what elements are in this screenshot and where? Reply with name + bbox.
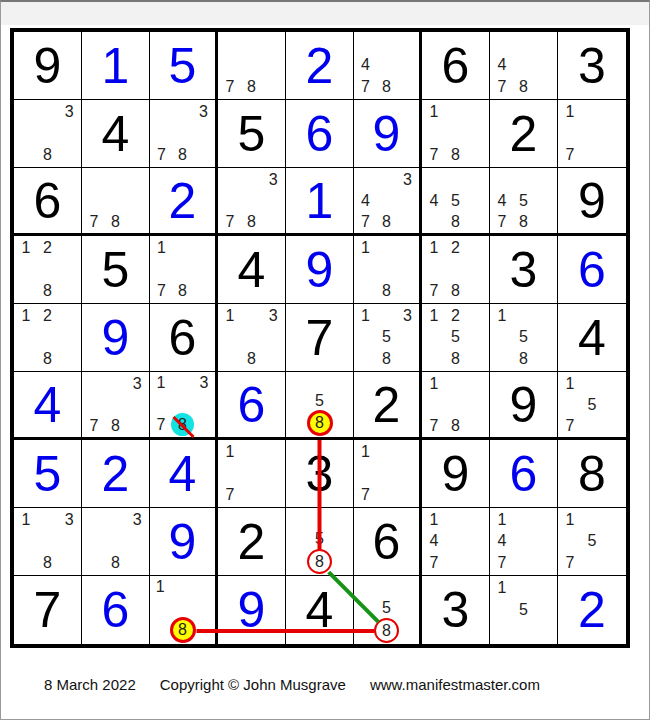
candidate-grid: 1278 [423,237,488,302]
given-digit: 6 [354,508,419,575]
cell-r9c2[interactable]: 6 [82,576,150,644]
candidate-8: 8 [172,280,193,302]
solved-digit: 2 [558,576,626,644]
cell-r9c9[interactable]: 2 [558,576,626,644]
cell-r2c8[interactable]: 2 [490,100,558,168]
candidate-3: 3 [262,305,284,327]
candidate-3: 3 [58,509,80,531]
cell-r8c3[interactable]: 9 [150,508,218,576]
given-digit: 4 [82,100,149,167]
candidate-5: 5 [307,392,333,411]
candidate-1: 1 [491,305,513,327]
candidate-1: 1 [423,305,445,327]
candidate-7: 7 [423,144,445,166]
candidate-1: 1 [151,237,172,259]
solved-digit: 4 [14,372,81,437]
solved-digit: 1 [82,32,149,99]
candidate-7: 7 [219,76,241,98]
candidate-grid: 178 [151,237,214,302]
given-digit: 2 [218,508,285,575]
candidate-8: 8 [171,413,194,436]
solved-digit: 9 [218,576,285,644]
solved-digit: 6 [82,576,149,644]
solved-digit: 2 [150,168,215,233]
candidate-8: 8 [37,280,59,302]
solved-digit: 6 [490,440,557,507]
cell-r9c4[interactable]: 9 [218,576,286,644]
candidate-grid: 18 [151,577,214,643]
candidate-grid: 58 [287,509,352,574]
given-digit: 6 [422,32,489,99]
candidate-1: 1 [423,101,445,123]
candidate-1: 1 [559,101,581,123]
candidate-8: 8 [376,76,397,98]
candidate-grid: 1378 [151,373,214,436]
cell-r2c3[interactable]: 378 [150,100,218,168]
candidate-7: 7 [83,415,105,436]
footer-caption: 8 March 2022Copyright © John Musgravewww… [44,676,564,693]
cell-r7c2[interactable]: 2 [82,440,150,508]
cell-r3c4[interactable]: 378 [218,168,286,236]
solved-digit: 2 [286,32,353,99]
cell-r7c6[interactable]: 17 [354,440,422,508]
candidate-4: 4 [423,190,445,211]
cell-r3c9[interactable]: 9 [558,168,626,236]
candidate-7: 7 [151,280,172,302]
candidate-grid: 138 [219,305,284,370]
cell-r7c3[interactable]: 4 [150,440,218,508]
candidate-3: 3 [126,509,148,531]
candidate-7: 7 [491,76,513,98]
candidate-5: 5 [374,598,399,619]
candidate-1: 1 [559,509,581,531]
candidate-8: 8 [37,144,59,166]
candidate-grid: 157 [559,373,625,436]
candidate-4: 4 [491,190,513,211]
given-digit: 4 [218,236,285,303]
candidate-1: 1 [219,441,241,463]
cell-r4c8[interactable]: 3 [490,236,558,304]
solved-digit: 2 [82,440,149,507]
candidate-grid: 58 [287,373,352,436]
candidate-1: 1 [15,509,37,531]
candidate-7: 7 [423,280,445,302]
solved-digit: 1 [286,168,353,233]
candidate-3: 3 [262,169,284,190]
candidate-grid: 58 [355,577,418,643]
cell-r4c1[interactable]: 128 [14,236,82,304]
cell-r5c7[interactable]: 1258 [422,304,490,372]
cell-r1c8[interactable]: 478 [490,32,558,100]
candidate-grid: 178 [423,101,488,166]
cell-r5c9[interactable]: 4 [558,304,626,372]
given-digit: 5 [218,100,285,167]
given-digit: 3 [422,576,489,644]
cell-r5c1[interactable]: 128 [14,304,82,372]
cell-r7c1[interactable]: 5 [14,440,82,508]
candidate-grid: 18 [355,237,418,302]
given-digit: 3 [490,236,557,303]
cell-r6c6[interactable]: 2 [354,372,422,440]
cell-r7c7[interactable]: 9 [422,440,490,508]
solved-digit: 4 [150,440,215,507]
candidate-8: 8 [376,211,397,232]
candidate-8: 8 [374,618,399,643]
candidate-7: 7 [151,144,172,166]
cell-r3c2[interactable]: 78 [82,168,150,236]
cell-r1c9[interactable]: 3 [558,32,626,100]
cell-r6c5[interactable]: 58 [286,372,354,440]
candidate-8: 8 [445,348,467,370]
candidate-5: 5 [513,599,535,621]
cell-r6c9[interactable]: 157 [558,372,626,440]
candidate-grid: 147 [491,509,556,574]
candidate-7: 7 [559,552,581,574]
candidate-grid: 17 [219,441,284,506]
solved-digit: 5 [150,32,215,99]
candidate-8: 8 [241,348,263,370]
given-digit: 3 [558,32,626,99]
candidate-8: 8 [170,617,196,643]
candidate-7: 7 [219,211,241,232]
candidate-2: 2 [445,237,467,259]
candidate-grid: 4578 [491,169,556,232]
cell-r7c9[interactable]: 8 [558,440,626,508]
cell-r6c3[interactable]: 1378 [150,372,218,440]
cell-r8c8[interactable]: 147 [490,508,558,576]
solved-digit: 6 [218,372,285,437]
cell-r8c1[interactable]: 138 [14,508,82,576]
cell-r5c4[interactable]: 138 [218,304,286,372]
candidate-grid: 78 [83,169,148,232]
solved-digit: 9 [82,304,149,371]
candidate-grid: 128 [15,305,80,370]
cell-r7c4[interactable]: 17 [218,440,286,508]
candidate-3: 3 [397,305,418,327]
candidate-3: 3 [194,373,214,393]
candidate-8: 8 [37,552,59,574]
cell-r9c6[interactable]: 58 [354,576,422,644]
cell-r4c3[interactable]: 178 [150,236,218,304]
cell-r1c4[interactable]: 78 [218,32,286,100]
candidate-5: 5 [445,190,467,211]
solved-digit: 9 [150,508,215,575]
candidate-8: 8 [513,348,535,370]
candidate-2: 2 [37,237,59,259]
cell-r2c6[interactable]: 9 [354,100,422,168]
candidate-4: 4 [423,531,445,553]
candidate-5: 5 [376,327,397,349]
cell-r2c2[interactable]: 4 [82,100,150,168]
candidate-8: 8 [105,552,127,574]
candidate-7: 7 [151,413,171,436]
candidate-2: 2 [445,305,467,327]
candidate-grid: 478 [355,33,418,98]
solved-digit: 5 [14,440,81,507]
cell-r1c2[interactable]: 1 [82,32,150,100]
candidate-8: 8 [445,144,467,166]
cell-r2c4[interactable]: 5 [218,100,286,168]
candidate-grid: 38 [15,101,80,166]
cell-r8c9[interactable]: 157 [558,508,626,576]
cell-r3c8[interactable]: 4578 [490,168,558,236]
candidate-4: 4 [491,55,513,77]
cell-r9c8[interactable]: 15 [490,576,558,644]
given-digit: 9 [422,440,489,507]
candidate-5: 5 [581,394,603,415]
candidate-7: 7 [491,211,513,232]
cell-r3c7[interactable]: 458 [422,168,490,236]
given-digit: 7 [286,304,353,371]
cell-r1c1[interactable]: 9 [14,32,82,100]
cell-r6c4[interactable]: 6 [218,372,286,440]
cell-r1c7[interactable]: 6 [422,32,490,100]
cell-r3c3[interactable]: 2 [150,168,218,236]
candidate-grid: 17 [355,441,418,506]
candidate-8: 8 [241,76,263,98]
candidate-grid: 378 [83,373,148,436]
candidate-1: 1 [423,373,445,394]
candidate-3: 3 [397,169,418,190]
cell-r7c5[interactable]: 3 [286,440,354,508]
solved-digit: 9 [354,100,419,167]
cell-r4c7[interactable]: 1278 [422,236,490,304]
given-digit: 4 [558,304,626,371]
candidate-1: 1 [219,305,241,327]
candidate-grid: 38 [83,509,148,574]
candidate-5: 5 [513,190,535,211]
given-digit: 8 [558,440,626,507]
footer-site-url[interactable]: www.manifestmaster.com [370,676,540,693]
candidate-1: 1 [559,373,581,394]
candidate-grid: 128 [15,237,80,302]
cell-r8c4[interactable]: 2 [218,508,286,576]
cell-r7c8[interactable]: 6 [490,440,558,508]
cell-r6c7[interactable]: 178 [422,372,490,440]
candidate-8: 8 [445,211,467,232]
candidate-8: 8 [105,415,127,436]
candidate-1: 1 [355,305,376,327]
candidate-1: 1 [355,441,376,463]
solved-digit: 6 [558,236,626,303]
candidate-1: 1 [423,237,445,259]
candidate-8: 8 [376,280,397,302]
candidate-8: 8 [307,410,333,436]
given-digit: 9 [490,372,557,437]
candidate-grid: 378 [219,169,284,232]
cell-r5c8[interactable]: 158 [490,304,558,372]
candidate-grid: 157 [559,509,625,574]
candidate-8: 8 [513,76,535,98]
candidate-7: 7 [355,484,376,506]
candidate-grid: 147 [423,509,488,574]
top-band [1,2,649,25]
candidate-1: 1 [151,577,170,597]
cell-r4c4[interactable]: 4 [218,236,286,304]
candidate-grid: 138 [15,509,80,574]
candidate-3: 3 [193,101,214,123]
given-digit: 7 [14,576,81,644]
candidate-grid: 17 [559,101,625,166]
cell-r3c6[interactable]: 3478 [354,168,422,236]
given-digit: 3 [286,440,353,507]
candidate-1: 1 [15,237,37,259]
candidate-7: 7 [355,211,376,232]
candidate-1: 1 [355,237,376,259]
candidate-1: 1 [15,305,37,327]
candidate-grid: 178 [423,373,488,436]
candidate-7: 7 [355,76,376,98]
candidate-3: 3 [58,101,80,123]
candidate-8: 8 [445,280,467,302]
candidate-5: 5 [513,327,535,349]
given-digit: 9 [558,168,626,233]
candidate-grid: 15 [491,577,556,643]
cell-r4c6[interactable]: 18 [354,236,422,304]
candidate-7: 7 [83,211,105,232]
candidate-grid: 1358 [355,305,418,370]
cell-r2c1[interactable]: 38 [14,100,82,168]
candidate-8: 8 [241,211,263,232]
candidate-8: 8 [376,348,397,370]
candidate-4: 4 [491,531,513,553]
cell-r9c7[interactable]: 3 [422,576,490,644]
cell-r1c3[interactable]: 5 [150,32,218,100]
given-digit: 9 [14,32,81,99]
candidate-1: 1 [151,373,171,393]
cell-r9c3[interactable]: 18 [150,576,218,644]
candidate-2: 2 [37,305,59,327]
candidate-7: 7 [491,552,513,574]
cell-r8c7[interactable]: 147 [422,508,490,576]
candidate-8: 8 [105,211,127,232]
cell-r5c3[interactable]: 6 [150,304,218,372]
cell-r9c1[interactable]: 7 [14,576,82,644]
cell-r3c1[interactable]: 6 [14,168,82,236]
cell-r4c9[interactable]: 6 [558,236,626,304]
candidate-grid: 158 [491,305,556,370]
candidate-8: 8 [307,549,332,574]
cell-r5c5[interactable]: 7 [286,304,354,372]
candidate-5: 5 [445,327,467,349]
cell-r9c5[interactable]: 4 [286,576,354,644]
candidate-3: 3 [126,373,148,394]
candidate-1: 1 [491,577,513,599]
candidate-5: 5 [307,529,332,549]
candidate-8: 8 [445,415,467,436]
candidate-1: 1 [491,509,513,531]
cell-r5c6[interactable]: 1358 [354,304,422,372]
sudoku-board: 9157824786478338437856917821767823781347… [10,28,630,648]
candidate-7: 7 [423,415,445,436]
solved-digit: 9 [286,236,353,303]
candidate-grid: 458 [423,169,488,232]
candidate-4: 4 [355,190,376,211]
cell-r1c6[interactable]: 478 [354,32,422,100]
given-digit: 6 [14,168,81,233]
candidate-grid: 3478 [355,169,418,232]
cell-r5c2[interactable]: 9 [82,304,150,372]
candidate-8: 8 [172,144,193,166]
given-digit: 2 [354,372,419,437]
candidate-7: 7 [559,415,581,436]
candidate-8: 8 [513,211,535,232]
given-digit: 5 [82,236,149,303]
candidate-5: 5 [581,531,603,553]
cell-r8c6[interactable]: 6 [354,508,422,576]
candidate-grid: 378 [151,101,214,166]
candidate-8: 8 [37,348,59,370]
candidate-grid: 78 [219,33,284,98]
cell-r3c5[interactable]: 1 [286,168,354,236]
cell-r2c9[interactable]: 17 [558,100,626,168]
candidate-1: 1 [423,509,445,531]
candidate-7: 7 [559,144,581,166]
cell-r6c1[interactable]: 4 [14,372,82,440]
cell-r4c5[interactable]: 9 [286,236,354,304]
candidate-7: 7 [219,484,241,506]
given-digit: 4 [286,576,353,644]
candidate-7: 7 [423,552,445,574]
candidate-4: 4 [355,55,376,77]
cell-r8c5[interactable]: 58 [286,508,354,576]
candidate-grid: 1258 [423,305,488,370]
cell-r8c2[interactable]: 38 [82,508,150,576]
cell-r1c5[interactable]: 2 [286,32,354,100]
cell-r2c5[interactable]: 6 [286,100,354,168]
given-digit: 6 [150,304,215,371]
footer-date: 8 March 2022 [44,676,136,693]
cell-r6c8[interactable]: 9 [490,372,558,440]
given-digit: 2 [490,100,557,167]
cell-r2c7[interactable]: 178 [422,100,490,168]
footer-copyright: Copyright © John Musgrave [160,676,346,693]
cell-r4c2[interactable]: 5 [82,236,150,304]
cell-r6c2[interactable]: 378 [82,372,150,440]
solved-digit: 6 [286,100,353,167]
candidate-grid: 478 [491,33,556,98]
